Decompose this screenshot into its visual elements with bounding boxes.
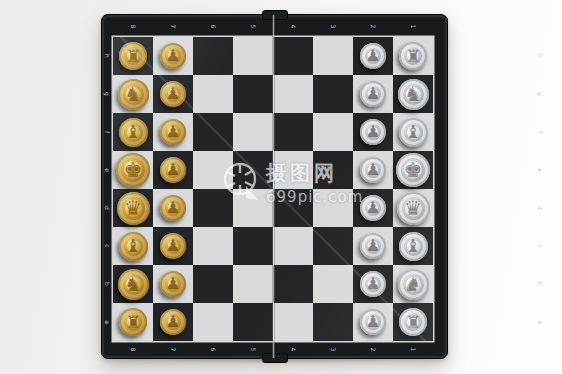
piece-silver-pawn-f2[interactable]: ♟: [360, 119, 386, 145]
piece-silver-pawn-d2[interactable]: ♟: [360, 195, 386, 221]
square-h2[interactable]: ♟: [353, 37, 393, 75]
square-b1[interactable]: ♞: [393, 265, 433, 303]
pawn-glyph: ♟: [166, 162, 180, 178]
pawn-glyph: ♟: [366, 200, 380, 216]
square-b2[interactable]: ♟: [353, 265, 393, 303]
pawn-glyph: ♟: [166, 124, 180, 140]
file-label: f: [521, 126, 559, 138]
square-a8[interactable]: ♜: [113, 303, 153, 341]
piece-silver-rook-h1[interactable]: ♜: [399, 42, 427, 70]
square-c7[interactable]: ♟: [153, 227, 193, 265]
square-b7[interactable]: ♟: [153, 265, 193, 303]
knight-glyph: ♞: [404, 275, 421, 294]
pawn-glyph: ♟: [366, 276, 380, 292]
piece-gold-pawn-b7[interactable]: ♟: [160, 271, 186, 297]
file-labels-right: hgfedcba: [534, 37, 546, 341]
king-glyph: ♚: [404, 160, 423, 181]
piece-gold-rook-h8[interactable]: ♜: [119, 42, 147, 70]
square-c4[interactable]: [273, 227, 313, 265]
piece-silver-pawn-e2[interactable]: ♟: [360, 157, 386, 183]
knight-glyph: ♞: [124, 275, 141, 294]
square-a3[interactable]: [313, 303, 353, 341]
piece-gold-knight-g8[interactable]: ♞: [118, 79, 149, 110]
pawn-glyph: ♟: [166, 200, 180, 216]
square-e7[interactable]: ♟: [153, 151, 193, 189]
square-c5[interactable]: [233, 227, 273, 265]
square-b5[interactable]: [233, 265, 273, 303]
pawn-glyph: ♟: [366, 238, 380, 254]
square-a7[interactable]: ♟: [153, 303, 193, 341]
square-a4[interactable]: [273, 303, 313, 341]
square-d5[interactable]: [233, 189, 273, 227]
piece-gold-rook-a8[interactable]: ♜: [119, 308, 147, 336]
square-f5[interactable]: [233, 113, 273, 151]
square-f4[interactable]: [273, 113, 313, 151]
square-d6[interactable]: [193, 189, 233, 227]
piece-gold-pawn-e7[interactable]: ♟: [160, 157, 186, 183]
square-g8[interactable]: ♞: [113, 75, 153, 113]
piece-gold-pawn-d7[interactable]: ♟: [160, 195, 186, 221]
pawn-glyph: ♟: [166, 314, 180, 330]
square-e3[interactable]: [313, 151, 353, 189]
file-label: b: [521, 278, 559, 290]
bishop-glyph: ♝: [405, 237, 421, 255]
chess-board: 87654321 87654321 hgfedcba hgfedcba ♜♟♟♜…: [101, 14, 448, 359]
hinge-bottom: [262, 353, 288, 363]
bishop-glyph: ♝: [125, 123, 141, 141]
piece-silver-pawn-b2[interactable]: ♟: [360, 271, 386, 297]
pawn-glyph: ♟: [166, 48, 180, 64]
square-f1[interactable]: ♝: [393, 113, 433, 151]
square-e2[interactable]: ♟: [353, 151, 393, 189]
piece-gold-king-e8[interactable]: ♚: [116, 153, 150, 187]
square-f3[interactable]: [313, 113, 353, 151]
square-f6[interactable]: [193, 113, 233, 151]
piece-gold-pawn-f7[interactable]: ♟: [160, 119, 186, 145]
pawn-glyph: ♟: [366, 162, 380, 178]
square-h7[interactable]: ♟: [153, 37, 193, 75]
pawn-glyph: ♟: [366, 86, 380, 102]
square-g3[interactable]: [313, 75, 353, 113]
rook-glyph: ♜: [125, 314, 140, 331]
square-e4[interactable]: [273, 151, 313, 189]
square-g1[interactable]: ♞: [393, 75, 433, 113]
file-label: e: [521, 164, 559, 176]
knight-glyph: ♞: [404, 85, 421, 104]
square-h5[interactable]: [233, 37, 273, 75]
pawn-glyph: ♟: [166, 238, 180, 254]
file-label: a: [521, 316, 559, 328]
piece-silver-pawn-c2[interactable]: ♟: [360, 233, 386, 259]
piece-gold-bishop-f8[interactable]: ♝: [119, 118, 148, 147]
square-b4[interactable]: [273, 265, 313, 303]
square-c3[interactable]: [313, 227, 353, 265]
piece-silver-pawn-a2[interactable]: ♟: [360, 309, 386, 335]
square-g2[interactable]: ♟: [353, 75, 393, 113]
piece-gold-knight-b8[interactable]: ♞: [118, 269, 149, 300]
queen-glyph: ♛: [404, 198, 422, 218]
square-e8[interactable]: ♚: [113, 151, 153, 189]
pawn-glyph: ♟: [366, 48, 380, 64]
square-a1[interactable]: ♜: [393, 303, 433, 341]
piece-gold-queen-d8[interactable]: ♛: [117, 192, 150, 225]
piece-silver-knight-b1[interactable]: ♞: [398, 269, 429, 300]
square-a6[interactable]: [193, 303, 233, 341]
square-h3[interactable]: [313, 37, 353, 75]
piece-silver-bishop-f1[interactable]: ♝: [399, 118, 428, 147]
king-glyph: ♚: [124, 160, 143, 181]
square-f8[interactable]: ♝: [113, 113, 153, 151]
square-g7[interactable]: ♟: [153, 75, 193, 113]
file-label: g: [521, 88, 559, 100]
square-g5[interactable]: [233, 75, 273, 113]
square-a2[interactable]: ♟: [353, 303, 393, 341]
piece-silver-queen-d1[interactable]: ♛: [397, 192, 430, 225]
piece-gold-pawn-h7[interactable]: ♟: [160, 43, 186, 69]
square-b3[interactable]: [313, 265, 353, 303]
bishop-glyph: ♝: [405, 123, 421, 141]
square-d2[interactable]: ♟: [353, 189, 393, 227]
square-f7[interactable]: ♟: [153, 113, 193, 151]
piece-gold-pawn-a7[interactable]: ♟: [160, 309, 186, 335]
square-b6[interactable]: [193, 265, 233, 303]
rook-glyph: ♜: [125, 48, 140, 65]
piece-silver-rook-a1[interactable]: ♜: [399, 308, 427, 336]
piece-gold-pawn-c7[interactable]: ♟: [160, 233, 186, 259]
square-d8[interactable]: ♛: [113, 189, 153, 227]
piece-silver-bishop-c1[interactable]: ♝: [399, 232, 428, 261]
board-grid: ♜♟♟♜♞♟♟♞♝♟♟♝♚♟♟♚♛♟♟♛♝♟♟♝♞♟♟♞♜♟♟♜: [113, 37, 433, 341]
square-c8[interactable]: ♝: [113, 227, 153, 265]
pawn-glyph: ♟: [166, 86, 180, 102]
square-e5[interactable]: [233, 151, 273, 189]
square-h4[interactable]: [273, 37, 313, 75]
square-e6[interactable]: [193, 151, 233, 189]
square-h1[interactable]: ♜: [393, 37, 433, 75]
pawn-glyph: ♟: [366, 314, 380, 330]
file-label: h: [521, 50, 559, 62]
piece-gold-bishop-c8[interactable]: ♝: [119, 232, 148, 261]
square-d7[interactable]: ♟: [153, 189, 193, 227]
pawn-glyph: ♟: [166, 276, 180, 292]
square-c1[interactable]: ♝: [393, 227, 433, 265]
rook-glyph: ♜: [405, 48, 420, 65]
piece-silver-pawn-h2[interactable]: ♟: [360, 43, 386, 69]
square-g6[interactable]: [193, 75, 233, 113]
pawn-glyph: ♟: [366, 124, 380, 140]
square-f2[interactable]: ♟: [353, 113, 393, 151]
rook-glyph: ♜: [405, 314, 420, 331]
square-h6[interactable]: [193, 37, 233, 75]
square-c2[interactable]: ♟: [353, 227, 393, 265]
square-d4[interactable]: [273, 189, 313, 227]
piece-gold-pawn-g7[interactable]: ♟: [160, 81, 186, 107]
square-c6[interactable]: [193, 227, 233, 265]
file-label: d: [521, 202, 559, 214]
square-e1[interactable]: ♚: [393, 151, 433, 189]
rank-labels-top: 87654321: [113, 18, 433, 35]
file-labels-left: hgfedcba: [102, 37, 112, 341]
file-label: c: [521, 240, 559, 252]
piece-silver-knight-g1[interactable]: ♞: [398, 79, 429, 110]
square-b8[interactable]: ♞: [113, 265, 153, 303]
square-h8[interactable]: ♜: [113, 37, 153, 75]
bishop-glyph: ♝: [125, 237, 141, 255]
piece-silver-pawn-g2[interactable]: ♟: [360, 81, 386, 107]
piece-silver-king-e1[interactable]: ♚: [396, 153, 430, 187]
knight-glyph: ♞: [124, 85, 141, 104]
square-d1[interactable]: ♛: [393, 189, 433, 227]
queen-glyph: ♛: [124, 198, 142, 218]
square-a5[interactable]: [233, 303, 273, 341]
hinge-top: [262, 10, 288, 20]
overhead-chess-photo: 87654321 87654321 hgfedcba hgfedcba ♜♟♟♜…: [0, 0, 562, 374]
square-g4[interactable]: [273, 75, 313, 113]
square-d3[interactable]: [313, 189, 353, 227]
